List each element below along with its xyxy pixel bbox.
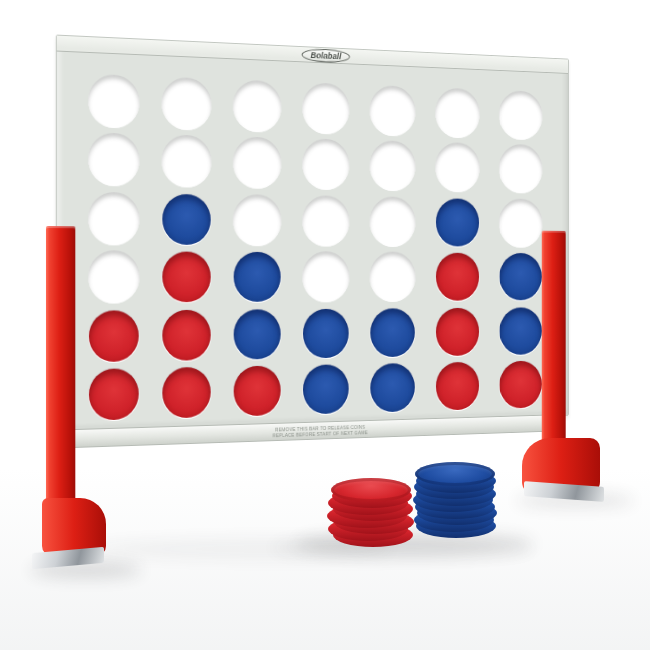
cell-r1c4[interactable] xyxy=(292,79,360,138)
red-stacked-disc xyxy=(331,478,411,502)
hole xyxy=(370,85,416,137)
hole xyxy=(161,76,211,130)
hole xyxy=(499,360,543,410)
hole xyxy=(499,306,543,355)
cell-r6c1[interactable] xyxy=(76,365,150,425)
hole xyxy=(435,142,480,193)
hole xyxy=(233,308,282,360)
cell-r5c6[interactable] xyxy=(426,304,490,359)
cell-r1c1[interactable] xyxy=(76,70,150,131)
hole xyxy=(302,308,349,360)
red-disc-stack xyxy=(330,477,414,547)
blue-disc xyxy=(500,307,542,355)
cell-r1c7[interactable] xyxy=(490,87,552,143)
blue-disc xyxy=(500,253,542,300)
red-disc xyxy=(234,366,281,417)
blue-disc xyxy=(370,363,414,413)
cell-r4c3[interactable] xyxy=(222,248,292,305)
red-disc xyxy=(436,362,479,411)
hole xyxy=(233,194,282,246)
hole xyxy=(302,195,349,247)
cell-r2c5[interactable] xyxy=(360,137,426,194)
cell-r1c3[interactable] xyxy=(222,76,292,135)
cell-r5c3[interactable] xyxy=(222,305,292,363)
hole xyxy=(233,251,282,303)
hole xyxy=(161,251,211,304)
hole xyxy=(88,191,140,245)
cell-r1c2[interactable] xyxy=(150,73,222,133)
hole xyxy=(435,307,480,357)
blue-disc xyxy=(234,252,281,302)
hole xyxy=(88,309,140,363)
hole xyxy=(88,73,140,128)
hole xyxy=(499,252,543,301)
cell-r4c5[interactable] xyxy=(360,249,426,305)
hole xyxy=(88,132,140,186)
hole xyxy=(161,135,211,189)
hole xyxy=(370,140,416,191)
cell-r5c1[interactable] xyxy=(76,306,150,366)
blue-disc xyxy=(234,309,281,359)
hole xyxy=(88,250,140,304)
cell-r4c1[interactable] xyxy=(76,248,150,307)
hole xyxy=(499,144,543,194)
cell-r2c4[interactable] xyxy=(292,136,360,194)
hole xyxy=(302,138,349,190)
cell-r6c5[interactable] xyxy=(360,360,426,417)
hole xyxy=(302,364,349,416)
hole xyxy=(233,79,282,132)
cell-r4c6[interactable] xyxy=(426,249,490,304)
blue-stacked-disc xyxy=(415,462,495,486)
red-disc xyxy=(88,310,138,362)
blue-disc xyxy=(436,198,479,246)
cell-r2c7[interactable] xyxy=(490,141,552,196)
hole xyxy=(370,252,416,303)
cell-r3c2[interactable] xyxy=(150,190,222,249)
hole xyxy=(435,252,480,302)
blue-disc xyxy=(162,194,210,245)
hole xyxy=(499,90,543,140)
hole xyxy=(88,367,140,422)
hole xyxy=(161,193,211,246)
red-disc xyxy=(88,368,138,420)
cell-r6c2[interactable] xyxy=(150,363,222,423)
hole xyxy=(435,361,480,412)
cell-r4c4[interactable] xyxy=(292,249,360,306)
cell-r2c2[interactable] xyxy=(150,132,222,191)
red-disc xyxy=(436,253,479,301)
cell-r6c6[interactable] xyxy=(426,358,490,414)
cell-r3c3[interactable] xyxy=(222,191,292,249)
red-disc xyxy=(500,361,542,409)
hole xyxy=(161,309,211,362)
cell-r5c2[interactable] xyxy=(150,306,222,365)
hole xyxy=(499,198,543,247)
brand-logo-text: Bolaball xyxy=(310,50,341,61)
cell-r3c1[interactable] xyxy=(76,189,150,249)
hole xyxy=(435,87,480,138)
red-disc xyxy=(162,310,210,361)
cell-r5c4[interactable] xyxy=(292,305,360,362)
cell-r5c5[interactable] xyxy=(360,305,426,361)
blue-disc xyxy=(303,365,349,415)
red-disc xyxy=(436,308,479,356)
red-disc xyxy=(162,367,210,419)
cell-r2c3[interactable] xyxy=(222,134,292,193)
board-grid xyxy=(76,70,552,425)
hole xyxy=(233,137,282,190)
cell-r4c2[interactable] xyxy=(150,248,222,306)
left-post xyxy=(46,226,75,504)
hole xyxy=(302,82,349,135)
blue-disc xyxy=(303,309,349,359)
cell-r3c5[interactable] xyxy=(360,193,426,249)
blue-disc-stack xyxy=(414,462,498,538)
red-disc xyxy=(162,252,210,303)
cell-r2c1[interactable] xyxy=(76,129,150,189)
cell-r2c6[interactable] xyxy=(426,139,490,195)
cell-r3c4[interactable] xyxy=(292,192,360,249)
hole xyxy=(233,365,282,418)
product-photo-scene: Bolaball REMOVE THIS BAR TO RELEASE COIN… xyxy=(0,0,650,650)
game-board: Bolaball xyxy=(56,35,569,432)
hole xyxy=(161,366,211,420)
hole xyxy=(302,251,349,302)
cell-r1c6[interactable] xyxy=(426,84,490,141)
hole xyxy=(370,307,416,358)
cell-r1c5[interactable] xyxy=(360,82,426,140)
cell-r6c4[interactable] xyxy=(292,361,360,419)
cell-r3c6[interactable] xyxy=(426,194,490,249)
release-bar-instructions: REMOVE THIS BAR TO RELEASE COINS REPLACE… xyxy=(272,423,367,437)
hole xyxy=(370,362,416,413)
hole xyxy=(370,196,416,247)
blue-disc xyxy=(370,308,414,357)
cell-r6c3[interactable] xyxy=(222,362,292,421)
hole xyxy=(435,197,480,247)
